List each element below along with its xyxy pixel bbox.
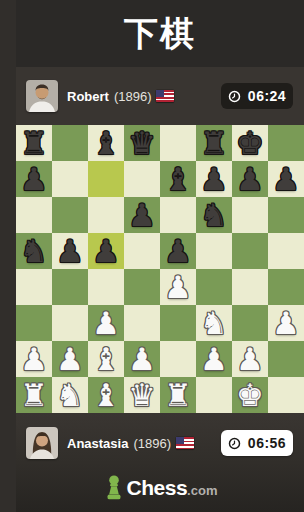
square-h5[interactable] <box>268 233 304 269</box>
square-c4[interactable] <box>88 269 124 305</box>
square-d1[interactable]: ♛ <box>124 377 160 413</box>
bottom-player-band: Anastasia (1896) 06:56 <box>16 413 304 512</box>
piece-black-pawn: ♟ <box>236 161 264 197</box>
square-d2[interactable]: ♟ <box>124 341 160 377</box>
square-f2[interactable]: ♟ <box>196 341 232 377</box>
square-c7[interactable] <box>88 161 124 197</box>
brand-text: Chess <box>127 476 188 500</box>
player-row-bottom[interactable]: Anastasia (1896) 06:56 <box>16 413 304 467</box>
piece-black-pawn: ♟ <box>128 197 156 233</box>
player-bottom-name: Anastasia <box>67 436 128 451</box>
square-e6[interactable] <box>160 197 196 233</box>
square-b1[interactable]: ♞ <box>52 377 88 413</box>
square-d3[interactable] <box>124 305 160 341</box>
piece-black-pawn: ♟ <box>200 161 228 197</box>
piece-white-rook: ♜ <box>164 377 192 413</box>
square-e5[interactable]: ♟ <box>160 233 196 269</box>
page-title: 下棋 <box>124 11 196 57</box>
piece-black-pawn: ♟ <box>272 161 300 197</box>
square-g1[interactable]: ♚ <box>232 377 268 413</box>
piece-white-pawn: ♟ <box>164 269 192 305</box>
square-h1[interactable] <box>268 377 304 413</box>
square-a3[interactable] <box>16 305 52 341</box>
square-c2[interactable]: ♝ <box>88 341 124 377</box>
square-g5[interactable] <box>232 233 268 269</box>
piece-black-pawn: ♟ <box>20 161 48 197</box>
chesscom-logo: Chess .com <box>103 474 218 501</box>
square-f6[interactable]: ♞ <box>196 197 232 233</box>
square-c6[interactable] <box>88 197 124 233</box>
square-a1[interactable]: ♜ <box>16 377 52 413</box>
square-d6[interactable]: ♟ <box>124 197 160 233</box>
piece-white-king: ♚ <box>236 377 264 413</box>
square-b3[interactable] <box>52 305 88 341</box>
square-a4[interactable] <box>16 269 52 305</box>
square-h4[interactable] <box>268 269 304 305</box>
square-d7[interactable] <box>124 161 160 197</box>
square-g2[interactable]: ♟ <box>232 341 268 377</box>
player-bottom-rating: (1896) <box>133 436 171 451</box>
square-h8[interactable] <box>268 125 304 161</box>
player-row-top[interactable]: Robert (1896) 06:24 <box>16 67 304 125</box>
square-e2[interactable] <box>160 341 196 377</box>
piece-black-rook: ♜ <box>20 125 48 161</box>
piece-black-king: ♚ <box>236 125 264 161</box>
clock-bottom-time: 06:56 <box>248 435 286 451</box>
square-a5[interactable]: ♞ <box>16 233 52 269</box>
square-g3[interactable] <box>232 305 268 341</box>
square-h6[interactable] <box>268 197 304 233</box>
square-d5[interactable] <box>124 233 160 269</box>
piece-black-rook: ♜ <box>200 125 228 161</box>
piece-white-bishop: ♝ <box>92 341 120 377</box>
clock-icon <box>228 90 241 103</box>
player-top-rating: (1896) <box>114 89 152 104</box>
avatar-anastasia[interactable] <box>26 427 58 459</box>
square-h3[interactable]: ♟ <box>268 305 304 341</box>
square-g8[interactable]: ♚ <box>232 125 268 161</box>
square-f1[interactable] <box>196 377 232 413</box>
square-e3[interactable] <box>160 305 196 341</box>
square-f4[interactable] <box>196 269 232 305</box>
piece-black-pawn: ♟ <box>92 233 120 269</box>
square-c5[interactable]: ♟ <box>88 233 124 269</box>
title-bar: 下棋 <box>16 0 304 67</box>
square-b4[interactable] <box>52 269 88 305</box>
square-b2[interactable]: ♟ <box>52 341 88 377</box>
square-g7[interactable]: ♟ <box>232 161 268 197</box>
square-a2[interactable]: ♟ <box>16 341 52 377</box>
piece-white-bishop: ♝ <box>92 377 120 413</box>
square-b6[interactable] <box>52 197 88 233</box>
pawn-logo-icon <box>103 474 125 501</box>
clock-top: 06:24 <box>221 83 293 109</box>
player-top-name: Robert <box>67 89 109 104</box>
square-g4[interactable] <box>232 269 268 305</box>
player-bottom-meta: Anastasia (1896) <box>67 436 194 451</box>
square-a8[interactable]: ♜ <box>16 125 52 161</box>
top-player-band: Robert (1896) 06:24 <box>16 67 304 125</box>
clock-icon <box>228 437 241 450</box>
piece-white-pawn: ♟ <box>92 305 120 341</box>
avatar-robert[interactable] <box>26 80 58 112</box>
square-b5[interactable]: ♟ <box>52 233 88 269</box>
square-g6[interactable] <box>232 197 268 233</box>
square-h7[interactable]: ♟ <box>268 161 304 197</box>
chess-board: ♜♝♛♜♚♟♝♟♟♟♟♞♞♟♟♟♟♟♞♟♟♟♝♟♟♟♜♞♝♛♜♚ <box>16 125 304 413</box>
clock-bottom: 06:56 <box>221 430 293 456</box>
piece-black-knight: ♞ <box>20 233 48 269</box>
piece-white-knight: ♞ <box>56 377 84 413</box>
square-c3[interactable]: ♟ <box>88 305 124 341</box>
square-c8[interactable]: ♝ <box>88 125 124 161</box>
footer: Chess .com <box>16 467 304 512</box>
piece-white-pawn: ♟ <box>128 341 156 377</box>
square-e7[interactable]: ♝ <box>160 161 196 197</box>
square-a6[interactable] <box>16 197 52 233</box>
piece-white-pawn: ♟ <box>200 341 228 377</box>
square-e8[interactable] <box>160 125 196 161</box>
piece-white-queen: ♛ <box>128 377 156 413</box>
app-screen: 下棋 Robert (1896) <box>16 0 304 512</box>
avatar-robert-image <box>26 80 58 112</box>
square-a7[interactable]: ♟ <box>16 161 52 197</box>
square-f3[interactable]: ♞ <box>196 305 232 341</box>
square-d8[interactable]: ♛ <box>124 125 160 161</box>
piece-white-pawn: ♟ <box>272 305 300 341</box>
square-f7[interactable]: ♟ <box>196 161 232 197</box>
square-f5[interactable] <box>196 233 232 269</box>
piece-white-pawn: ♟ <box>236 341 264 377</box>
piece-black-queen: ♛ <box>128 125 156 161</box>
square-b8[interactable] <box>52 125 88 161</box>
player-top-meta: Robert (1896) <box>67 89 174 104</box>
square-b7[interactable] <box>52 161 88 197</box>
square-h2[interactable] <box>268 341 304 377</box>
square-e1[interactable]: ♜ <box>160 377 196 413</box>
piece-black-pawn: ♟ <box>56 233 84 269</box>
clock-top-time: 06:24 <box>248 88 286 104</box>
piece-white-knight: ♞ <box>200 305 228 341</box>
brand-suffix: .com <box>187 483 217 498</box>
us-flag-icon <box>156 90 174 102</box>
square-c1[interactable]: ♝ <box>88 377 124 413</box>
piece-white-rook: ♜ <box>20 377 48 413</box>
piece-black-bishop: ♝ <box>92 125 120 161</box>
piece-white-pawn: ♟ <box>20 341 48 377</box>
piece-white-pawn: ♟ <box>56 341 84 377</box>
piece-black-bishop: ♝ <box>164 161 192 197</box>
square-f8[interactable]: ♜ <box>196 125 232 161</box>
piece-black-knight: ♞ <box>200 197 228 233</box>
avatar-anastasia-image <box>26 427 58 459</box>
square-d4[interactable] <box>124 269 160 305</box>
us-flag-icon <box>176 437 194 449</box>
square-e4[interactable]: ♟ <box>160 269 196 305</box>
piece-black-pawn: ♟ <box>164 233 192 269</box>
